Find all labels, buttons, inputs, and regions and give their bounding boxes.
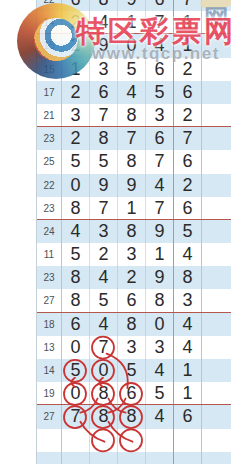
digit-cell xyxy=(118,452,146,464)
row-filler xyxy=(202,382,231,404)
digit-cell: 3 xyxy=(118,336,146,359)
digit-cell: 8 xyxy=(118,150,146,173)
digit-cell xyxy=(146,429,174,452)
row-label: 23 xyxy=(37,266,62,289)
digit-cell xyxy=(62,429,90,452)
digit-cell: 5 xyxy=(146,382,174,404)
digit-cell: 7 xyxy=(118,127,146,150)
digit-cell: 5 xyxy=(90,289,118,311)
table-row xyxy=(37,429,231,452)
digit-cell: 7 xyxy=(174,127,202,150)
digit-cell: 2 xyxy=(62,81,90,104)
digit-cell: 8 xyxy=(62,289,90,311)
digit-cell: 4 xyxy=(62,220,90,243)
table-row: 1726456 xyxy=(37,81,231,104)
row-label: 17 xyxy=(37,81,62,104)
row-filler xyxy=(202,405,231,428)
row-label: 24 xyxy=(37,220,62,243)
digit-cell: 8 xyxy=(146,289,174,311)
digit-cell xyxy=(90,429,118,452)
digit-cell: 1 xyxy=(174,359,202,382)
row-filler xyxy=(202,359,231,382)
digit-cell: 8 xyxy=(90,405,118,428)
digit-cell: 9 xyxy=(118,174,146,197)
row-filler xyxy=(202,104,231,126)
table-row: 1307334 xyxy=(37,336,231,359)
row-filler xyxy=(202,81,231,104)
digit-cell: 8 xyxy=(118,313,146,336)
digit-cell: 7 xyxy=(62,405,90,428)
digit-cell: 5 xyxy=(62,150,90,173)
row-label: 14 xyxy=(37,359,62,382)
table-row: 2137832 xyxy=(37,104,231,127)
digit-cell: 8 xyxy=(90,0,118,11)
table-row: 1450541 xyxy=(37,359,231,382)
row-label: 11 xyxy=(37,243,62,266)
digit-cell: 3 xyxy=(146,104,174,126)
digit-cell: 5 xyxy=(174,220,202,243)
digit-cell: 9 xyxy=(118,0,146,11)
table-row: 2443895 xyxy=(37,220,231,243)
row-label xyxy=(37,429,62,452)
table-row: 1864804 xyxy=(37,313,231,336)
digit-cell: 8 xyxy=(62,266,90,289)
row-filler xyxy=(202,336,231,359)
digit-cell: 3 xyxy=(174,289,202,311)
digit-cell: 9 xyxy=(146,266,174,289)
digit-cell xyxy=(118,429,146,452)
row-label: 19 xyxy=(37,382,62,404)
table-row: 1152314 xyxy=(37,243,231,266)
digit-cell: 8 xyxy=(90,382,118,404)
digit-cell: 3 xyxy=(62,104,90,126)
digit-cell xyxy=(174,429,202,452)
table-row: 1908651 xyxy=(37,382,231,405)
digit-cell: 6 xyxy=(118,382,146,404)
digit-cell: 6 xyxy=(174,405,202,428)
digit-cell: 6 xyxy=(62,313,90,336)
digit-cell: 0 xyxy=(62,382,90,404)
table-row: 2328767 xyxy=(37,127,231,150)
lottery-trend-chart-screen: 2268967142417115290411513562172645621378… xyxy=(0,0,231,464)
digit-cell: 8 xyxy=(118,405,146,428)
digit-cell: 2 xyxy=(174,104,202,126)
digit-cell: 4 xyxy=(146,405,174,428)
row-label: 18 xyxy=(37,313,62,336)
digit-cell: 8 xyxy=(90,127,118,150)
digit-cell: 5 xyxy=(118,359,146,382)
digit-cell: 6 xyxy=(174,150,202,173)
digit-cell: 8 xyxy=(62,197,90,219)
row-filler xyxy=(202,174,231,197)
row-label: 25 xyxy=(37,150,62,173)
row-filler xyxy=(202,150,231,173)
digit-cell: 0 xyxy=(62,336,90,359)
table-row xyxy=(37,452,231,464)
digit-cell: 4 xyxy=(174,336,202,359)
digit-cell: 5 xyxy=(62,359,90,382)
row-label: 27 xyxy=(37,289,62,311)
row-filler xyxy=(202,197,231,219)
digit-cell xyxy=(146,452,174,464)
digit-cell: 7 xyxy=(146,197,174,219)
row-label: 23 xyxy=(37,197,62,219)
digit-cell: 2 xyxy=(62,127,90,150)
digit-cell: 4 xyxy=(174,313,202,336)
digit-cell: 7 xyxy=(90,336,118,359)
digit-cell: 3 xyxy=(118,243,146,266)
row-filler xyxy=(202,452,231,464)
row-label: 13 xyxy=(37,336,62,359)
digit-cell: 6 xyxy=(90,81,118,104)
digit-cell: 9 xyxy=(146,220,174,243)
digit-cell: 6 xyxy=(118,289,146,311)
digit-cell: 1 xyxy=(146,243,174,266)
row-label: 22 xyxy=(37,174,62,197)
digit-cell: 0 xyxy=(90,359,118,382)
digit-cell: 8 xyxy=(118,220,146,243)
digit-cell: 0 xyxy=(146,313,174,336)
digit-cell: 4 xyxy=(90,266,118,289)
digit-cell xyxy=(62,452,90,464)
digit-cell: 6 xyxy=(174,81,202,104)
digit-cell: 4 xyxy=(174,243,202,266)
digit-cell: 5 xyxy=(62,243,90,266)
digit-cell: 7 xyxy=(146,150,174,173)
row-label: 21 xyxy=(37,104,62,126)
digit-cell: 2 xyxy=(90,243,118,266)
digit-cell xyxy=(174,452,202,464)
digit-cell: 4 xyxy=(146,359,174,382)
digit-cell: 6 xyxy=(146,0,174,11)
digit-cell: 3 xyxy=(90,220,118,243)
row-filler xyxy=(202,266,231,289)
digit-cell: 1 xyxy=(118,197,146,219)
table-row: 2785683 xyxy=(37,289,231,312)
digit-cell: 7 xyxy=(174,0,202,11)
row-filler xyxy=(202,289,231,311)
row-filler xyxy=(202,313,231,336)
row-filler xyxy=(202,429,231,452)
digit-cell: 8 xyxy=(118,104,146,126)
row-filler xyxy=(202,243,231,266)
digit-cell: 4 xyxy=(146,174,174,197)
row-filler xyxy=(202,220,231,243)
digit-cell: 4 xyxy=(118,81,146,104)
table-row: 2384298 xyxy=(37,266,231,289)
digit-cell: 0 xyxy=(62,174,90,197)
digit-cell: 2 xyxy=(118,266,146,289)
digit-cell: 5 xyxy=(146,81,174,104)
table-row: 2387176 xyxy=(37,197,231,220)
digit-cell: 1 xyxy=(174,382,202,404)
digit-cell: 7 xyxy=(90,104,118,126)
row-label xyxy=(37,452,62,464)
digit-cell: 2 xyxy=(174,174,202,197)
digit-cell: 6 xyxy=(174,197,202,219)
digit-cell: 7 xyxy=(90,197,118,219)
row-filler xyxy=(202,127,231,150)
digit-cell: 5 xyxy=(90,150,118,173)
table-row: 2555876 xyxy=(37,150,231,173)
table-row: 2209942 xyxy=(37,174,231,197)
digit-cell: 6 xyxy=(146,127,174,150)
digit-cell: 9 xyxy=(90,174,118,197)
digit-cell xyxy=(90,452,118,464)
table-row: 2778846 xyxy=(37,405,231,428)
row-label: 27 xyxy=(37,405,62,428)
row-label: 23 xyxy=(37,127,62,150)
digit-cell: 3 xyxy=(146,336,174,359)
digit-cell: 8 xyxy=(174,266,202,289)
watermark-url: www.tqcp.net xyxy=(92,44,220,64)
digit-cell: 4 xyxy=(90,313,118,336)
